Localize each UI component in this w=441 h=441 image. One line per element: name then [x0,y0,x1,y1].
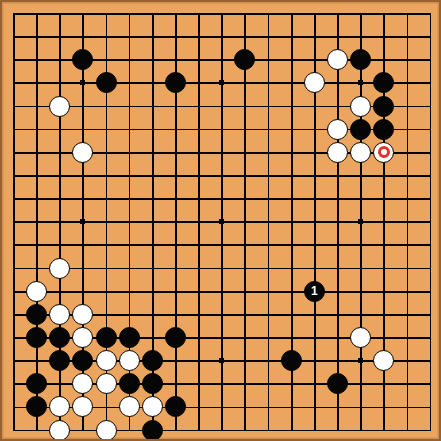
stone-black [26,396,47,417]
stone-black [350,119,371,140]
stone-black [165,72,186,93]
stone-white [26,281,47,302]
stone-black [373,119,394,140]
stone-white [327,119,348,140]
stone-white [96,373,117,394]
stone-black [72,49,93,70]
stone-white [72,142,93,163]
stone-white [327,142,348,163]
stone-black [165,327,186,348]
move-number-label: 1 [311,285,318,297]
stone-black [26,327,47,348]
stone-white [49,258,70,279]
stone-white [49,304,70,325]
stone-black [119,327,140,348]
stone-white [373,142,394,163]
stone-black [142,350,163,371]
stone-white [373,350,394,371]
stone-black [327,373,348,394]
stone-white [119,350,140,371]
stone-black [119,373,140,394]
stone-black: 1 [304,281,325,302]
stone-white [49,396,70,417]
stone-white [49,420,70,441]
stone-black [49,350,70,371]
stone-white [72,373,93,394]
stone-white [327,49,348,70]
stone-white [350,327,371,348]
stone-white [72,396,93,417]
stone-white [72,304,93,325]
stone-white [304,72,325,93]
stone-white [96,420,117,441]
stone-black [96,72,117,93]
stone-black [26,373,47,394]
stone-white [142,396,163,417]
stone-black [142,420,163,441]
stone-black [373,96,394,117]
stone-black [142,373,163,394]
stone-black [281,350,302,371]
stones-layer: 1 [2,2,441,441]
stone-white [72,327,93,348]
stone-white [49,96,70,117]
stone-white [96,350,117,371]
stone-black [26,304,47,325]
stone-black [72,350,93,371]
stone-white [350,142,371,163]
stone-white [119,396,140,417]
stone-black [373,72,394,93]
stone-black [165,396,186,417]
stone-black [350,49,371,70]
stone-white [350,96,371,117]
circle-marker [378,146,390,158]
stone-black [234,49,255,70]
stone-black [96,327,117,348]
go-board: 1 [0,0,441,441]
stone-black [49,327,70,348]
